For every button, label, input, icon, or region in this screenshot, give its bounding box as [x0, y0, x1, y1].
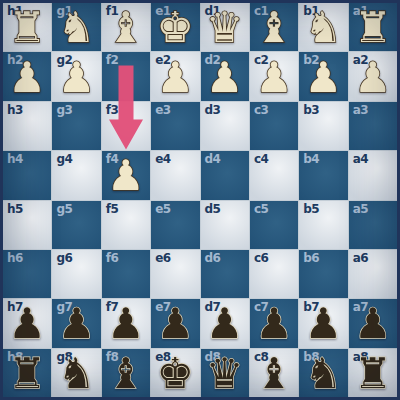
piece-black-pawn[interactable]: ♟ [58, 301, 96, 347]
square-g1[interactable]: g1♞ [52, 3, 100, 51]
square-label: a5 [353, 202, 368, 216]
piece-white-king[interactable]: ♚ [156, 5, 194, 51]
square-label: f3 [106, 103, 119, 117]
piece-white-rook[interactable]: ♜ [8, 5, 46, 51]
piece-black-pawn[interactable]: ♟ [206, 301, 244, 347]
square-f1[interactable]: f1♝ [102, 3, 150, 51]
square-b7[interactable]: b7♟ [299, 299, 347, 347]
square-e7[interactable]: e7♟ [151, 299, 199, 347]
square-a7[interactable]: a7♟ [349, 299, 397, 347]
square-label: f5 [106, 202, 119, 216]
square-c3[interactable]: c3 [250, 102, 298, 150]
square-f4[interactable]: f4♟ [102, 151, 150, 199]
square-h5[interactable]: h5 [3, 201, 51, 249]
square-h4[interactable]: h4 [3, 151, 51, 199]
piece-white-knight[interactable]: ♞ [58, 5, 96, 51]
square-f8[interactable]: f8♝ [102, 349, 150, 397]
piece-white-pawn[interactable]: ♟ [107, 153, 145, 199]
square-label: f6 [106, 251, 119, 265]
piece-black-pawn[interactable]: ♟ [107, 301, 145, 347]
square-c6[interactable]: c6 [250, 250, 298, 298]
square-g7[interactable]: g7♟ [52, 299, 100, 347]
square-e4[interactable]: e4 [151, 151, 199, 199]
square-a8[interactable]: a8♜ [349, 349, 397, 397]
piece-white-rook[interactable]: ♜ [354, 5, 392, 51]
square-label: h4 [7, 152, 23, 166]
square-c1[interactable]: c1♝ [250, 3, 298, 51]
square-e8[interactable]: e8♚ [151, 349, 199, 397]
piece-white-pawn[interactable]: ♟ [255, 55, 293, 101]
square-h6[interactable]: h6 [3, 250, 51, 298]
square-c5[interactable]: c5 [250, 201, 298, 249]
square-b3[interactable]: b3 [299, 102, 347, 150]
square-label: f2 [106, 53, 119, 67]
square-label: b5 [303, 202, 319, 216]
square-g3[interactable]: g3 [52, 102, 100, 150]
square-label: g6 [56, 251, 72, 265]
square-h3[interactable]: h3 [3, 102, 51, 150]
piece-black-rook[interactable]: ♜ [8, 351, 46, 397]
square-label: c6 [254, 251, 268, 265]
square-label: g4 [56, 152, 72, 166]
square-label: e5 [155, 202, 171, 216]
square-g8[interactable]: g8♞ [52, 349, 100, 397]
square-label: e4 [155, 152, 171, 166]
square-c4[interactable]: c4 [250, 151, 298, 199]
piece-black-rook[interactable]: ♜ [354, 351, 392, 397]
square-e2[interactable]: e2♟ [151, 52, 199, 100]
square-c7[interactable]: c7♟ [250, 299, 298, 347]
square-d2[interactable]: d2♟ [201, 52, 249, 100]
square-e5[interactable]: e5 [151, 201, 199, 249]
square-label: d5 [205, 202, 221, 216]
square-d4[interactable]: d4 [201, 151, 249, 199]
square-b4[interactable]: b4 [299, 151, 347, 199]
square-g6[interactable]: g6 [52, 250, 100, 298]
square-label: g3 [56, 103, 72, 117]
square-h2[interactable]: h2♟ [3, 52, 51, 100]
square-label: d3 [205, 103, 221, 117]
square-label: e6 [155, 251, 171, 265]
square-label: c3 [254, 103, 268, 117]
board-grid: h1♜g1♞f1♝e1♚d1♛c1♝b1♞a1♜h2♟g2♟f2e2♟d2♟c2… [3, 3, 397, 397]
square-h7[interactable]: h7♟ [3, 299, 51, 347]
square-d8[interactable]: d8♛ [201, 349, 249, 397]
piece-black-pawn[interactable]: ♟ [354, 301, 392, 347]
square-b2[interactable]: b2♟ [299, 52, 347, 100]
square-d3[interactable]: d3 [201, 102, 249, 150]
square-a6[interactable]: a6 [349, 250, 397, 298]
square-a3[interactable]: a3 [349, 102, 397, 150]
piece-black-pawn[interactable]: ♟ [8, 301, 46, 347]
piece-white-bishop[interactable]: ♝ [107, 5, 145, 51]
piece-black-pawn[interactable]: ♟ [305, 301, 343, 347]
square-b1[interactable]: b1♞ [299, 3, 347, 51]
square-label: d6 [205, 251, 221, 265]
piece-black-knight[interactable]: ♞ [58, 351, 96, 397]
square-e3[interactable]: e3 [151, 102, 199, 150]
square-c8[interactable]: c8♝ [250, 349, 298, 397]
piece-black-knight[interactable]: ♞ [305, 351, 343, 397]
square-label: h3 [7, 103, 23, 117]
square-a5[interactable]: a5 [349, 201, 397, 249]
square-f6[interactable]: f6 [102, 250, 150, 298]
piece-white-queen[interactable]: ♛ [206, 5, 244, 51]
square-label: b4 [303, 152, 319, 166]
square-f3[interactable]: f3 [102, 102, 150, 150]
square-h1[interactable]: h1♜ [3, 3, 51, 51]
square-e1[interactable]: e1♚ [151, 3, 199, 51]
square-f5[interactable]: f5 [102, 201, 150, 249]
square-label: c5 [254, 202, 268, 216]
piece-white-pawn[interactable]: ♟ [354, 55, 392, 101]
square-g4[interactable]: g4 [52, 151, 100, 199]
piece-white-pawn[interactable]: ♟ [305, 55, 343, 101]
square-f7[interactable]: f7♟ [102, 299, 150, 347]
square-label: h6 [7, 251, 23, 265]
piece-black-king[interactable]: ♚ [156, 351, 194, 397]
square-label: g5 [56, 202, 72, 216]
square-d7[interactable]: d7♟ [201, 299, 249, 347]
piece-white-pawn[interactable]: ♟ [156, 55, 194, 101]
piece-black-bishop[interactable]: ♝ [107, 351, 145, 397]
square-f2[interactable]: f2 [102, 52, 150, 100]
piece-white-knight[interactable]: ♞ [305, 5, 343, 51]
piece-white-pawn[interactable]: ♟ [8, 55, 46, 101]
square-d5[interactable]: d5 [201, 201, 249, 249]
square-label: a3 [353, 103, 368, 117]
square-label: h5 [7, 202, 23, 216]
square-label: a4 [353, 152, 368, 166]
piece-black-bishop[interactable]: ♝ [255, 351, 293, 397]
piece-black-pawn[interactable]: ♟ [255, 301, 293, 347]
square-b8[interactable]: b8♞ [299, 349, 347, 397]
square-label: d4 [205, 152, 221, 166]
piece-black-queen[interactable]: ♛ [206, 351, 244, 397]
chess-board: h1♜g1♞f1♝e1♚d1♛c1♝b1♞a1♜h2♟g2♟f2e2♟d2♟c2… [0, 0, 400, 400]
square-label: b6 [303, 251, 319, 265]
square-label: e3 [155, 103, 171, 117]
square-label: a6 [353, 251, 368, 265]
piece-white-pawn[interactable]: ♟ [206, 55, 244, 101]
square-b5[interactable]: b5 [299, 201, 347, 249]
square-a4[interactable]: a4 [349, 151, 397, 199]
square-d6[interactable]: d6 [201, 250, 249, 298]
square-b6[interactable]: b6 [299, 250, 347, 298]
square-c2[interactable]: c2♟ [250, 52, 298, 100]
square-d1[interactable]: d1♛ [201, 3, 249, 51]
square-e6[interactable]: e6 [151, 250, 199, 298]
piece-white-bishop[interactable]: ♝ [255, 5, 293, 51]
square-label: c4 [254, 152, 268, 166]
piece-white-pawn[interactable]: ♟ [58, 55, 96, 101]
square-label: b3 [303, 103, 319, 117]
square-g2[interactable]: g2♟ [52, 52, 100, 100]
square-a1[interactable]: a1♜ [349, 3, 397, 51]
square-g5[interactable]: g5 [52, 201, 100, 249]
square-h8[interactable]: h8♜ [3, 349, 51, 397]
square-a2[interactable]: a2♟ [349, 52, 397, 100]
piece-black-pawn[interactable]: ♟ [156, 301, 194, 347]
